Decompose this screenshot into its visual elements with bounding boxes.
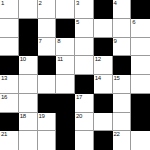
white-square-r1c3[interactable]: 2 [38, 0, 57, 19]
clue-number-5: 5 [76, 19, 79, 26]
black-square-r1c6 [94, 0, 113, 19]
clue-number-19: 19 [39, 113, 45, 120]
white-square-r1c2[interactable] [19, 0, 38, 19]
clue-number-13: 13 [1, 75, 7, 82]
clue-number-12: 12 [95, 56, 101, 63]
clue-number-18: 18 [20, 113, 26, 120]
black-square-r2c4 [56, 19, 75, 38]
white-square-r8c2[interactable] [19, 131, 38, 150]
white-square-r1c1[interactable]: 1 [0, 0, 19, 19]
black-square-r8c6 [94, 131, 113, 150]
white-square-r8c5[interactable] [75, 131, 94, 150]
white-square-r3c5[interactable] [75, 38, 94, 57]
white-square-r7c5[interactable]: 20 [75, 113, 94, 132]
clue-number-22: 22 [114, 131, 120, 138]
white-square-r5c4[interactable] [56, 75, 75, 94]
clue-number-20: 20 [76, 113, 82, 120]
white-square-r2c8[interactable]: 6 [131, 19, 150, 38]
black-square-r7c1 [0, 113, 19, 132]
white-square-r4c2[interactable]: 10 [19, 56, 38, 75]
clue-number-17: 17 [76, 94, 82, 101]
clue-number-8: 8 [57, 38, 60, 45]
white-square-r5c3[interactable] [38, 75, 57, 94]
white-square-r8c7[interactable]: 22 [113, 131, 132, 150]
white-square-r2c3[interactable] [38, 19, 57, 38]
white-square-r3c7[interactable]: 9 [113, 38, 132, 57]
white-square-r4c8[interactable] [131, 56, 150, 75]
white-square-r3c1[interactable] [0, 38, 19, 57]
white-square-r5c1[interactable]: 13 [0, 75, 19, 94]
black-square-r4c1 [0, 56, 19, 75]
white-square-r2c1[interactable] [0, 19, 19, 38]
white-square-r4c4[interactable]: 11 [56, 56, 75, 75]
black-square-r6c6 [94, 94, 113, 113]
black-square-r7c8 [131, 113, 150, 132]
white-square-r5c6[interactable]: 14 [94, 75, 113, 94]
clue-number-9: 9 [114, 38, 117, 45]
white-square-r4c5[interactable] [75, 56, 94, 75]
black-square-r5c5 [75, 75, 94, 94]
clue-number-2: 2 [39, 0, 42, 7]
clue-number-11: 11 [57, 56, 63, 63]
white-square-r2c7[interactable] [113, 19, 132, 38]
black-square-r4c7 [113, 56, 132, 75]
clue-number-14: 14 [95, 75, 101, 82]
white-square-r1c5[interactable]: 3 [75, 0, 94, 19]
white-square-r8c1[interactable]: 21 [0, 131, 19, 150]
white-square-r1c7[interactable]: 4 [113, 0, 132, 19]
black-square-r1c8 [131, 0, 150, 19]
black-square-r7c4 [56, 113, 75, 132]
white-square-r6c2[interactable] [19, 94, 38, 113]
white-square-r5c7[interactable]: 15 [113, 75, 132, 94]
white-square-r6c1[interactable]: 16 [0, 94, 19, 113]
black-square-r6c8 [131, 94, 150, 113]
clue-number-16: 16 [1, 94, 7, 101]
clue-number-6: 6 [132, 19, 135, 26]
white-square-r2c5[interactable]: 5 [75, 19, 94, 38]
white-square-r8c3[interactable] [38, 131, 57, 150]
black-square-r3c2 [19, 38, 38, 57]
black-square-r4c3 [38, 56, 57, 75]
clue-number-1: 1 [1, 0, 4, 7]
white-square-r3c3[interactable]: 7 [38, 38, 57, 57]
crossword-grid: 12345678910111213141516171819202122 [0, 0, 150, 150]
clue-number-15: 15 [114, 75, 120, 82]
white-square-r7c7[interactable] [113, 113, 132, 132]
clue-number-4: 4 [114, 0, 117, 7]
clue-number-21: 21 [1, 131, 7, 138]
white-square-r3c4[interactable]: 8 [56, 38, 75, 57]
black-square-r2c2 [19, 19, 38, 38]
white-square-r1c4[interactable] [56, 0, 75, 19]
white-square-r2c6[interactable] [94, 19, 113, 38]
clue-number-3: 3 [76, 0, 79, 7]
black-square-r3c6 [94, 38, 113, 57]
clue-number-10: 10 [20, 56, 26, 63]
black-square-r6c3 [38, 94, 57, 113]
white-square-r5c2[interactable] [19, 75, 38, 94]
white-square-r3c8[interactable] [131, 38, 150, 57]
white-square-r5c8[interactable] [131, 75, 150, 94]
white-square-r7c3[interactable]: 19 [38, 113, 57, 132]
black-square-r8c4 [56, 131, 75, 150]
white-square-r4c6[interactable]: 12 [94, 56, 113, 75]
white-square-r6c5[interactable]: 17 [75, 94, 94, 113]
white-square-r7c2[interactable]: 18 [19, 113, 38, 132]
clue-number-7: 7 [39, 38, 42, 45]
black-square-r6c4 [56, 94, 75, 113]
white-square-r8c8[interactable] [131, 131, 150, 150]
white-square-r6c7[interactable] [113, 94, 132, 113]
white-square-r7c6[interactable] [94, 113, 113, 132]
